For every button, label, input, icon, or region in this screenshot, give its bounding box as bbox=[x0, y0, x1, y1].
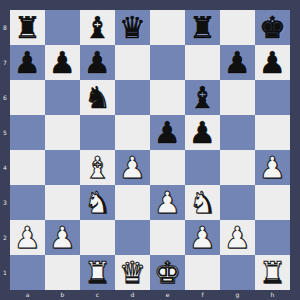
black-bishop-c8[interactable]: ♝ bbox=[80, 10, 115, 45]
square-h3[interactable] bbox=[255, 185, 290, 220]
black-queen-d8[interactable]: ♛ bbox=[115, 10, 150, 45]
square-h4[interactable]: ♟ bbox=[255, 150, 290, 185]
black-king-h8[interactable]: ♚ bbox=[255, 10, 290, 45]
square-d3[interactable] bbox=[115, 185, 150, 220]
square-h8[interactable]: ♚ bbox=[255, 10, 290, 45]
square-b2[interactable]: ♟ bbox=[45, 220, 80, 255]
rank-label-1: 1 bbox=[0, 255, 10, 290]
square-g1[interactable] bbox=[220, 255, 255, 290]
square-g8[interactable] bbox=[220, 10, 255, 45]
black-bishop-f6[interactable]: ♝ bbox=[185, 80, 220, 115]
square-b6[interactable] bbox=[45, 80, 80, 115]
white-knight-c3[interactable]: ♞ bbox=[80, 185, 115, 220]
rank-label-4: 4 bbox=[0, 150, 10, 185]
rank-label-2: 2 bbox=[0, 220, 10, 255]
rank-label-5: 5 bbox=[0, 115, 10, 150]
square-a4[interactable] bbox=[10, 150, 45, 185]
square-d1[interactable]: ♛ bbox=[115, 255, 150, 290]
square-h5[interactable] bbox=[255, 115, 290, 150]
square-c1[interactable]: ♜ bbox=[80, 255, 115, 290]
file-label-e: e bbox=[150, 290, 185, 300]
square-h7[interactable]: ♟ bbox=[255, 45, 290, 80]
square-c3[interactable]: ♞ bbox=[80, 185, 115, 220]
white-pawn-d4[interactable]: ♟ bbox=[115, 150, 150, 185]
white-pawn-a2[interactable]: ♟ bbox=[10, 220, 45, 255]
black-pawn-b7[interactable]: ♟ bbox=[45, 45, 80, 80]
square-a7[interactable]: ♟ bbox=[10, 45, 45, 80]
square-g4[interactable] bbox=[220, 150, 255, 185]
white-knight-f3[interactable]: ♞ bbox=[185, 185, 220, 220]
square-c8[interactable]: ♝ bbox=[80, 10, 115, 45]
white-pawn-e3[interactable]: ♟ bbox=[150, 185, 185, 220]
square-b3[interactable] bbox=[45, 185, 80, 220]
white-rook-c1[interactable]: ♜ bbox=[80, 255, 115, 290]
rank-label-8: 8 bbox=[0, 10, 10, 45]
square-b4[interactable] bbox=[45, 150, 80, 185]
white-pawn-g2[interactable]: ♟ bbox=[220, 220, 255, 255]
square-f6[interactable]: ♝ bbox=[185, 80, 220, 115]
square-e5[interactable]: ♟ bbox=[150, 115, 185, 150]
rank-label-6: 6 bbox=[0, 80, 10, 115]
file-label-c: c bbox=[80, 290, 115, 300]
square-b7[interactable]: ♟ bbox=[45, 45, 80, 80]
square-d4[interactable]: ♟ bbox=[115, 150, 150, 185]
square-f1[interactable] bbox=[185, 255, 220, 290]
white-pawn-f2[interactable]: ♟ bbox=[185, 220, 220, 255]
file-label-a: a bbox=[10, 290, 45, 300]
square-a3[interactable] bbox=[10, 185, 45, 220]
white-rook-h1[interactable]: ♜ bbox=[255, 255, 290, 290]
square-b5[interactable] bbox=[45, 115, 80, 150]
square-f7[interactable] bbox=[185, 45, 220, 80]
square-e6[interactable] bbox=[150, 80, 185, 115]
square-e3[interactable]: ♟ bbox=[150, 185, 185, 220]
square-d6[interactable] bbox=[115, 80, 150, 115]
square-h1[interactable]: ♜ bbox=[255, 255, 290, 290]
square-h6[interactable] bbox=[255, 80, 290, 115]
white-pawn-h4[interactable]: ♟ bbox=[255, 150, 290, 185]
square-c5[interactable] bbox=[80, 115, 115, 150]
white-pawn-b2[interactable]: ♟ bbox=[45, 220, 80, 255]
black-pawn-h7[interactable]: ♟ bbox=[255, 45, 290, 80]
square-e7[interactable] bbox=[150, 45, 185, 80]
black-rook-a8[interactable]: ♜ bbox=[10, 10, 45, 45]
file-labels: abcdefgh bbox=[10, 290, 290, 300]
square-b8[interactable] bbox=[45, 10, 80, 45]
square-g6[interactable] bbox=[220, 80, 255, 115]
square-f2[interactable]: ♟ bbox=[185, 220, 220, 255]
square-e1[interactable]: ♚ bbox=[150, 255, 185, 290]
square-d2[interactable] bbox=[115, 220, 150, 255]
file-label-g: g bbox=[220, 290, 255, 300]
black-pawn-c7[interactable]: ♟ bbox=[80, 45, 115, 80]
square-d5[interactable] bbox=[115, 115, 150, 150]
square-e2[interactable] bbox=[150, 220, 185, 255]
square-g5[interactable] bbox=[220, 115, 255, 150]
square-g3[interactable] bbox=[220, 185, 255, 220]
rank-labels: 87654321 bbox=[0, 10, 10, 290]
black-pawn-e5[interactable]: ♟ bbox=[150, 115, 185, 150]
black-rook-f8[interactable]: ♜ bbox=[185, 10, 220, 45]
chess-board-frame: 87654321 abcdefgh ♜♝♛♜♚♟♟♟♟♟♞♝♟♟♝♟♟♞♟♞♟♟… bbox=[0, 0, 300, 300]
square-d7[interactable] bbox=[115, 45, 150, 80]
square-a2[interactable]: ♟ bbox=[10, 220, 45, 255]
rank-label-3: 3 bbox=[0, 185, 10, 220]
black-pawn-f5[interactable]: ♟ bbox=[185, 115, 220, 150]
square-c2[interactable] bbox=[80, 220, 115, 255]
file-label-d: d bbox=[115, 290, 150, 300]
black-pawn-a7[interactable]: ♟ bbox=[10, 45, 45, 80]
square-g2[interactable]: ♟ bbox=[220, 220, 255, 255]
file-label-h: h bbox=[255, 290, 290, 300]
square-a6[interactable] bbox=[10, 80, 45, 115]
white-queen-d1[interactable]: ♛ bbox=[115, 255, 150, 290]
square-b1[interactable] bbox=[45, 255, 80, 290]
black-pawn-g7[interactable]: ♟ bbox=[220, 45, 255, 80]
file-label-b: b bbox=[45, 290, 80, 300]
square-g7[interactable]: ♟ bbox=[220, 45, 255, 80]
square-c4[interactable]: ♝ bbox=[80, 150, 115, 185]
square-f5[interactable]: ♟ bbox=[185, 115, 220, 150]
rank-label-7: 7 bbox=[0, 45, 10, 80]
square-f3[interactable]: ♞ bbox=[185, 185, 220, 220]
black-knight-c6[interactable]: ♞ bbox=[80, 80, 115, 115]
white-bishop-c4[interactable]: ♝ bbox=[80, 150, 115, 185]
square-d8[interactable]: ♛ bbox=[115, 10, 150, 45]
square-c7[interactable]: ♟ bbox=[80, 45, 115, 80]
square-a1[interactable] bbox=[10, 255, 45, 290]
file-label-f: f bbox=[185, 290, 220, 300]
square-c6[interactable]: ♞ bbox=[80, 80, 115, 115]
square-a8[interactable]: ♜ bbox=[10, 10, 45, 45]
white-king-e1[interactable]: ♚ bbox=[150, 255, 185, 290]
square-a5[interactable] bbox=[10, 115, 45, 150]
square-e8[interactable] bbox=[150, 10, 185, 45]
square-f4[interactable] bbox=[185, 150, 220, 185]
chess-board: ♜♝♛♜♚♟♟♟♟♟♞♝♟♟♝♟♟♞♟♞♟♟♟♟♜♛♚♜ bbox=[10, 10, 290, 290]
square-e4[interactable] bbox=[150, 150, 185, 185]
square-f8[interactable]: ♜ bbox=[185, 10, 220, 45]
square-h2[interactable] bbox=[255, 220, 290, 255]
